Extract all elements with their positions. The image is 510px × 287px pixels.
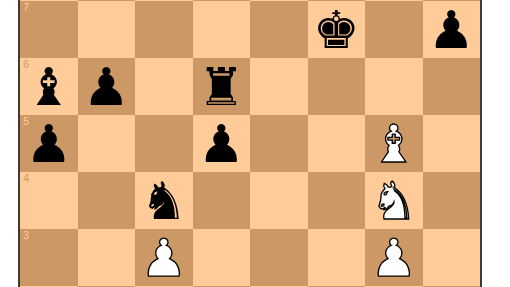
chess-board: 7♚♟6♝♟♜5♟♟♝4♞♞3♟♟ — [18, 0, 482, 287]
white-pawn-g3[interactable]: ♟ — [365, 229, 423, 286]
square-a5[interactable]: 5♟ — [20, 115, 78, 172]
black-pawn-a5[interactable]: ♟ — [20, 115, 78, 172]
square-g5[interactable]: ♝ — [365, 115, 423, 172]
white-knight-g4[interactable]: ♞ — [365, 172, 423, 229]
rank-label-4: 4 — [23, 173, 29, 184]
square-e3[interactable] — [250, 229, 308, 286]
square-f7[interactable]: ♚ — [308, 1, 366, 58]
square-a6[interactable]: 6♝ — [20, 58, 78, 115]
square-g3[interactable]: ♟ — [365, 229, 423, 286]
square-e4[interactable] — [250, 172, 308, 229]
black-rook-d6[interactable]: ♜ — [193, 58, 251, 115]
board-page: 7♚♟6♝♟♜5♟♟♝4♞♞3♟♟ — [0, 0, 510, 287]
square-a4[interactable]: 4 — [20, 172, 78, 229]
square-b4[interactable] — [78, 172, 136, 229]
black-king-f7[interactable]: ♚ — [308, 1, 366, 58]
square-f5[interactable] — [308, 115, 366, 172]
black-pawn-b6[interactable]: ♟ — [78, 58, 136, 115]
white-pawn-c3[interactable]: ♟ — [135, 229, 193, 286]
square-e5[interactable] — [250, 115, 308, 172]
square-c5[interactable] — [135, 115, 193, 172]
square-h3[interactable] — [423, 229, 481, 286]
rank-label-3: 3 — [23, 230, 29, 241]
black-bishop-a6[interactable]: ♝ — [20, 58, 78, 115]
square-g6[interactable] — [365, 58, 423, 115]
square-d6[interactable]: ♜ — [193, 58, 251, 115]
square-g7[interactable] — [365, 1, 423, 58]
square-c7[interactable] — [135, 1, 193, 58]
square-g4[interactable]: ♞ — [365, 172, 423, 229]
square-e7[interactable] — [250, 1, 308, 58]
square-b6[interactable]: ♟ — [78, 58, 136, 115]
black-pawn-h7[interactable]: ♟ — [423, 1, 481, 58]
square-c3[interactable]: ♟ — [135, 229, 193, 286]
square-f6[interactable] — [308, 58, 366, 115]
square-f3[interactable] — [308, 229, 366, 286]
chess-board-grid: 7♚♟6♝♟♜5♟♟♝4♞♞3♟♟ — [20, 0, 480, 287]
rank-label-7: 7 — [23, 2, 29, 13]
square-h5[interactable] — [423, 115, 481, 172]
square-d4[interactable] — [193, 172, 251, 229]
square-d5[interactable]: ♟ — [193, 115, 251, 172]
square-h7[interactable]: ♟ — [423, 1, 481, 58]
square-e6[interactable] — [250, 58, 308, 115]
square-b7[interactable] — [78, 1, 136, 58]
square-f4[interactable] — [308, 172, 366, 229]
square-c4[interactable]: ♞ — [135, 172, 193, 229]
square-h4[interactable] — [423, 172, 481, 229]
black-pawn-d5[interactable]: ♟ — [193, 115, 251, 172]
square-d7[interactable] — [193, 1, 251, 58]
square-a7[interactable]: 7 — [20, 1, 78, 58]
square-d3[interactable] — [193, 229, 251, 286]
square-b5[interactable] — [78, 115, 136, 172]
square-h6[interactable] — [423, 58, 481, 115]
square-c6[interactable] — [135, 58, 193, 115]
white-bishop-g5[interactable]: ♝ — [365, 115, 423, 172]
square-a3[interactable]: 3 — [20, 229, 78, 286]
square-b3[interactable] — [78, 229, 136, 286]
black-knight-c4[interactable]: ♞ — [135, 172, 193, 229]
